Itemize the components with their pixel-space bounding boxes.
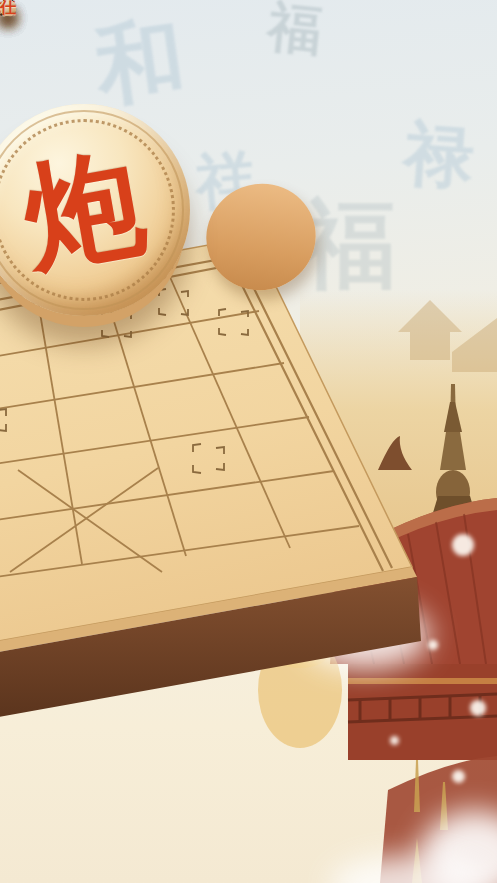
- piece-character: 炮: [16, 142, 153, 279]
- promo-screenshot: 和 福 禄 富 祥 福: [0, 0, 497, 883]
